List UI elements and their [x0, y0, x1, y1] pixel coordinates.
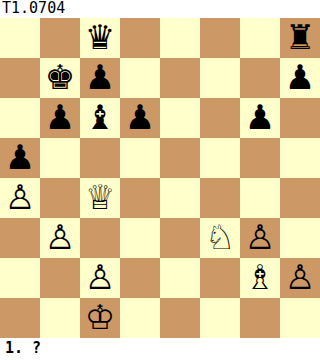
- white-pawn: ♙: [5, 178, 35, 217]
- square-b8[interactable]: [40, 18, 80, 58]
- square-h1[interactable]: [280, 298, 320, 338]
- square-e5[interactable]: [160, 138, 200, 178]
- white-queen: ♕: [85, 178, 115, 217]
- square-a6[interactable]: [0, 98, 40, 138]
- square-e2[interactable]: [160, 258, 200, 298]
- square-b5[interactable]: [40, 138, 80, 178]
- square-d4[interactable]: [120, 178, 160, 218]
- white-king: ♔: [85, 298, 115, 337]
- square-h3[interactable]: [280, 218, 320, 258]
- black-pawn: ♟: [45, 98, 75, 137]
- square-b6[interactable]: ♟: [40, 98, 80, 138]
- chess-puzzle-screen: T1.0704 ♛♜♚♟♟♟♝♟♟♟♙♕♙♘♙♙♗♙♔ 1. ?: [0, 0, 320, 360]
- square-c1[interactable]: ♔: [80, 298, 120, 338]
- black-pawn: ♟: [125, 98, 155, 137]
- white-pawn: ♙: [45, 218, 75, 257]
- square-d1[interactable]: [120, 298, 160, 338]
- square-c7[interactable]: ♟: [80, 58, 120, 98]
- square-a1[interactable]: [0, 298, 40, 338]
- white-pawn: ♙: [285, 258, 315, 297]
- square-e1[interactable]: [160, 298, 200, 338]
- square-h6[interactable]: [280, 98, 320, 138]
- square-f7[interactable]: [200, 58, 240, 98]
- chess-board: ♛♜♚♟♟♟♝♟♟♟♙♕♙♘♙♙♗♙♔: [0, 18, 320, 338]
- square-a7[interactable]: [0, 58, 40, 98]
- square-f6[interactable]: [200, 98, 240, 138]
- black-pawn: ♟: [245, 98, 275, 137]
- black-bishop: ♝: [85, 98, 115, 137]
- square-c3[interactable]: [80, 218, 120, 258]
- white-pawn: ♙: [85, 258, 115, 297]
- square-d6[interactable]: ♟: [120, 98, 160, 138]
- square-g1[interactable]: [240, 298, 280, 338]
- square-a5[interactable]: ♟: [0, 138, 40, 178]
- puzzle-id-label: T1.0704: [2, 0, 65, 18]
- square-g7[interactable]: [240, 58, 280, 98]
- square-f1[interactable]: [200, 298, 240, 338]
- square-g8[interactable]: [240, 18, 280, 58]
- black-pawn: ♟: [5, 138, 35, 177]
- square-c5[interactable]: [80, 138, 120, 178]
- square-d3[interactable]: [120, 218, 160, 258]
- square-f3[interactable]: ♘: [200, 218, 240, 258]
- square-e8[interactable]: [160, 18, 200, 58]
- square-d5[interactable]: [120, 138, 160, 178]
- square-c4[interactable]: ♕: [80, 178, 120, 218]
- square-f5[interactable]: [200, 138, 240, 178]
- square-g2[interactable]: ♗: [240, 258, 280, 298]
- square-c2[interactable]: ♙: [80, 258, 120, 298]
- black-king: ♚: [45, 58, 75, 97]
- black-rook: ♜: [285, 18, 315, 57]
- white-pawn: ♙: [245, 218, 275, 257]
- white-bishop: ♗: [245, 258, 275, 297]
- square-f2[interactable]: [200, 258, 240, 298]
- square-d8[interactable]: [120, 18, 160, 58]
- square-a3[interactable]: [0, 218, 40, 258]
- square-f8[interactable]: [200, 18, 240, 58]
- square-a4[interactable]: ♙: [0, 178, 40, 218]
- square-d7[interactable]: [120, 58, 160, 98]
- square-b3[interactable]: ♙: [40, 218, 80, 258]
- square-e3[interactable]: [160, 218, 200, 258]
- black-queen: ♛: [85, 18, 115, 57]
- square-a2[interactable]: [0, 258, 40, 298]
- square-b7[interactable]: ♚: [40, 58, 80, 98]
- square-b4[interactable]: [40, 178, 80, 218]
- square-e6[interactable]: [160, 98, 200, 138]
- square-d2[interactable]: [120, 258, 160, 298]
- square-h2[interactable]: ♙: [280, 258, 320, 298]
- square-b1[interactable]: [40, 298, 80, 338]
- square-a8[interactable]: [0, 18, 40, 58]
- square-c6[interactable]: ♝: [80, 98, 120, 138]
- square-b2[interactable]: [40, 258, 80, 298]
- square-e4[interactable]: [160, 178, 200, 218]
- square-h4[interactable]: [280, 178, 320, 218]
- square-c8[interactable]: ♛: [80, 18, 120, 58]
- square-e7[interactable]: [160, 58, 200, 98]
- square-h7[interactable]: ♟: [280, 58, 320, 98]
- black-pawn: ♟: [285, 58, 315, 97]
- square-h8[interactable]: ♜: [280, 18, 320, 58]
- square-f4[interactable]: [200, 178, 240, 218]
- square-g3[interactable]: ♙: [240, 218, 280, 258]
- black-pawn: ♟: [85, 58, 115, 97]
- square-g4[interactable]: [240, 178, 280, 218]
- square-g6[interactable]: ♟: [240, 98, 280, 138]
- move-prompt-label: 1. ?: [5, 339, 41, 360]
- white-knight: ♘: [205, 218, 235, 257]
- square-g5[interactable]: [240, 138, 280, 178]
- square-h5[interactable]: [280, 138, 320, 178]
